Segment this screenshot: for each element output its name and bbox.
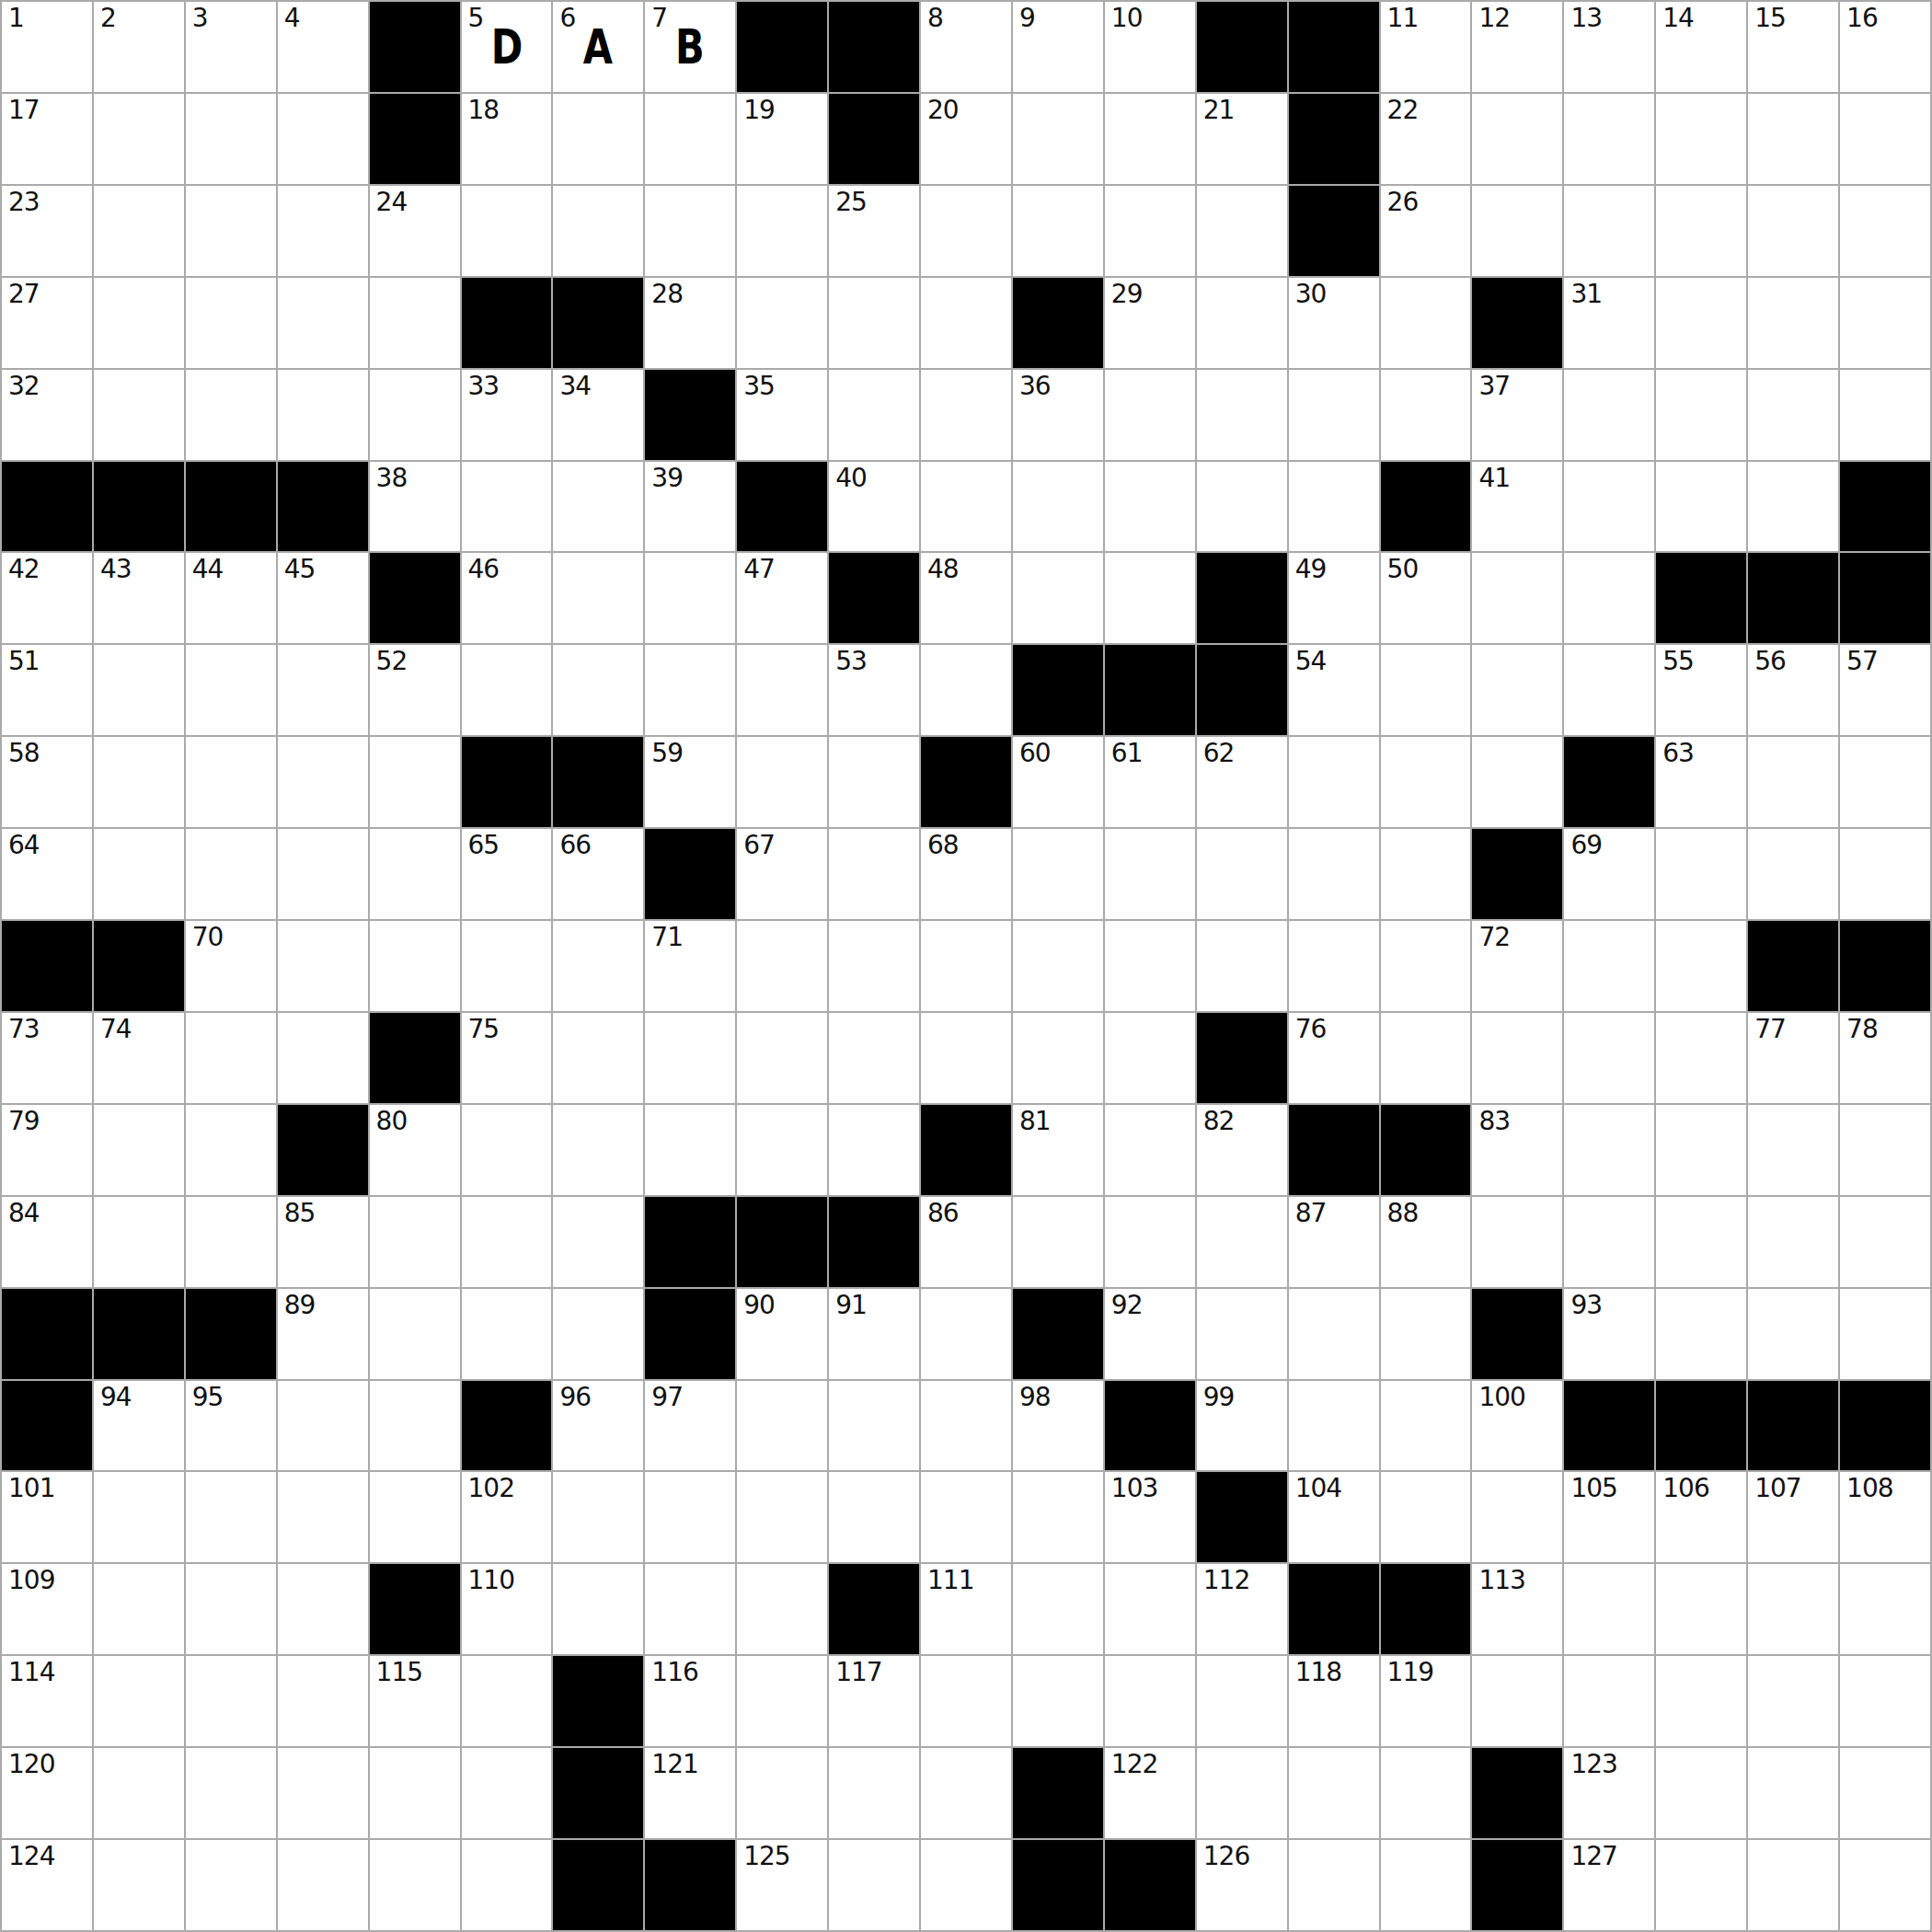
cell-16-5[interactable] [369,1380,461,1472]
cell-15-9[interactable]: 90 [736,1288,828,1380]
cell-10-1[interactable]: 64 [1,828,93,920]
cell-1-21[interactable]: 16 [1839,1,1931,93]
cell-14-12[interactable] [1012,1196,1104,1288]
cell-21-5[interactable] [369,1839,461,1931]
cell-9-9[interactable] [736,736,828,828]
cell-8-1[interactable]: 51 [1,644,93,736]
cell-2-20[interactable] [1747,93,1839,185]
cell-18-11[interactable]: 111 [920,1563,1012,1655]
cell-17-6[interactable]: 102 [461,1471,553,1563]
cell-21-14[interactable]: 126 [1196,1839,1288,1931]
cell-21-11[interactable] [920,1839,1012,1931]
cell-20-6[interactable] [461,1747,553,1839]
cell-10-11[interactable]: 68 [920,828,1012,920]
cell-15-20[interactable] [1747,1288,1839,1380]
cell-6-17[interactable]: 41 [1471,461,1563,553]
cell-11-8[interactable]: 71 [644,920,736,1012]
cell-13-14[interactable]: 82 [1196,1104,1288,1196]
cell-11-14[interactable] [1196,920,1288,1012]
cell-1-11[interactable]: 8 [920,1,1012,93]
cell-19-2[interactable] [93,1655,185,1747]
cell-9-10[interactable] [828,736,920,828]
cell-2-7[interactable] [552,93,644,185]
cell-13-8[interactable] [644,1104,736,1196]
cell-14-11[interactable]: 86 [920,1196,1012,1288]
cell-6-20[interactable] [1747,461,1839,553]
cell-12-19[interactable] [1655,1012,1747,1104]
cell-15-16[interactable] [1380,1288,1472,1380]
cell-13-17[interactable]: 83 [1471,1104,1563,1196]
cell-6-6[interactable] [461,461,553,553]
cell-10-13[interactable] [1104,828,1196,920]
cell-20-1[interactable]: 120 [1,1747,93,1839]
cell-4-2[interactable] [93,277,185,369]
cell-14-6[interactable] [461,1196,553,1288]
cell-9-16[interactable] [1380,736,1472,828]
cell-14-15[interactable]: 87 [1288,1196,1380,1288]
cell-4-4[interactable] [277,277,369,369]
cell-11-18[interactable] [1563,920,1655,1012]
cell-17-13[interactable]: 103 [1104,1471,1196,1563]
cell-3-6[interactable] [461,185,553,277]
cell-3-14[interactable] [1196,185,1288,277]
cell-7-6[interactable]: 46 [461,552,553,644]
cell-3-12[interactable] [1012,185,1104,277]
cell-18-13[interactable] [1104,1563,1196,1655]
cell-19-8[interactable]: 116 [644,1655,736,1747]
cell-6-7[interactable] [552,461,644,553]
cell-2-12[interactable] [1012,93,1104,185]
cell-2-14[interactable]: 21 [1196,93,1288,185]
cell-21-16[interactable] [1380,1839,1472,1931]
cell-18-21[interactable] [1839,1563,1931,1655]
cell-2-21[interactable] [1839,93,1931,185]
cell-7-16[interactable]: 50 [1380,552,1472,644]
cell-3-5[interactable]: 24 [369,185,461,277]
cell-12-9[interactable] [736,1012,828,1104]
cell-9-14[interactable]: 62 [1196,736,1288,828]
cell-6-12[interactable] [1012,461,1104,553]
cell-15-14[interactable] [1196,1288,1288,1380]
cell-19-4[interactable] [277,1655,369,1747]
cell-16-4[interactable] [277,1380,369,1472]
cell-10-16[interactable] [1380,828,1472,920]
cell-7-9[interactable]: 47 [736,552,828,644]
cell-11-15[interactable] [1288,920,1380,1012]
cell-21-15[interactable] [1288,1839,1380,1931]
cell-5-9[interactable]: 35 [736,369,828,461]
cell-20-21[interactable] [1839,1747,1931,1839]
cell-7-17[interactable] [1471,552,1563,644]
cell-18-14[interactable]: 112 [1196,1563,1288,1655]
cell-10-10[interactable] [828,828,920,920]
cell-1-8[interactable]: 7B [644,1,736,93]
cell-14-17[interactable] [1471,1196,1563,1288]
cell-5-17[interactable]: 37 [1471,369,1563,461]
cell-6-14[interactable] [1196,461,1288,553]
cell-4-8[interactable]: 28 [644,277,736,369]
cell-2-19[interactable] [1655,93,1747,185]
cell-19-13[interactable] [1104,1655,1196,1747]
cell-10-9[interactable]: 67 [736,828,828,920]
cell-8-11[interactable] [920,644,1012,736]
cell-14-1[interactable]: 84 [1,1196,93,1288]
cell-8-16[interactable] [1380,644,1472,736]
cell-20-14[interactable] [1196,1747,1288,1839]
cell-20-19[interactable] [1655,1747,1747,1839]
cell-15-11[interactable] [920,1288,1012,1380]
cell-6-8[interactable]: 39 [644,461,736,553]
cell-11-9[interactable] [736,920,828,1012]
cell-12-21[interactable]: 78 [1839,1012,1931,1104]
cell-20-10[interactable] [828,1747,920,1839]
cell-20-3[interactable] [185,1747,277,1839]
cell-7-8[interactable] [644,552,736,644]
cell-21-2[interactable] [93,1839,185,1931]
cell-12-16[interactable] [1380,1012,1472,1104]
cell-9-13[interactable]: 61 [1104,736,1196,828]
cell-21-18[interactable]: 127 [1563,1839,1655,1931]
cell-5-13[interactable] [1104,369,1196,461]
cell-4-3[interactable] [185,277,277,369]
cell-6-10[interactable]: 40 [828,461,920,553]
cell-21-20[interactable] [1747,1839,1839,1931]
cell-13-21[interactable] [1839,1104,1931,1196]
cell-17-11[interactable] [920,1471,1012,1563]
cell-19-10[interactable]: 117 [828,1655,920,1747]
cell-17-20[interactable]: 107 [1747,1471,1839,1563]
cell-16-3[interactable]: 95 [185,1380,277,1472]
cell-3-9[interactable] [736,185,828,277]
cell-21-6[interactable] [461,1839,553,1931]
cell-13-20[interactable] [1747,1104,1839,1196]
cell-21-19[interactable] [1655,1839,1747,1931]
cell-20-4[interactable] [277,1747,369,1839]
cell-17-4[interactable] [277,1471,369,1563]
cell-17-7[interactable] [552,1471,644,1563]
cell-10-21[interactable] [1839,828,1931,920]
cell-3-10[interactable]: 25 [828,185,920,277]
cell-9-3[interactable] [185,736,277,828]
cell-8-7[interactable] [552,644,644,736]
cell-17-8[interactable] [644,1471,736,1563]
cell-18-6[interactable]: 110 [461,1563,553,1655]
cell-13-7[interactable] [552,1104,644,1196]
cell-12-13[interactable] [1104,1012,1196,1104]
cell-16-7[interactable]: 96 [552,1380,644,1472]
cell-10-18[interactable]: 69 [1563,828,1655,920]
cell-17-19[interactable]: 106 [1655,1471,1747,1563]
cell-18-7[interactable] [552,1563,644,1655]
cell-16-16[interactable] [1380,1380,1472,1472]
cell-5-11[interactable] [920,369,1012,461]
cell-20-15[interactable] [1288,1747,1380,1839]
cell-19-21[interactable] [1839,1655,1931,1747]
cell-4-14[interactable] [1196,277,1288,369]
cell-19-14[interactable] [1196,1655,1288,1747]
cell-1-1[interactable]: 1 [1,1,93,93]
cell-17-18[interactable]: 105 [1563,1471,1655,1563]
cell-10-19[interactable] [1655,828,1747,920]
cell-1-13[interactable]: 10 [1104,1,1196,93]
cell-9-19[interactable]: 63 [1655,736,1747,828]
cell-5-14[interactable] [1196,369,1288,461]
cell-8-21[interactable]: 57 [1839,644,1931,736]
cell-20-2[interactable] [93,1747,185,1839]
cell-13-18[interactable] [1563,1104,1655,1196]
cell-14-20[interactable] [1747,1196,1839,1288]
cell-19-11[interactable] [920,1655,1012,1747]
cell-18-20[interactable] [1747,1563,1839,1655]
cell-2-13[interactable] [1104,93,1196,185]
cell-2-17[interactable] [1471,93,1563,185]
cell-18-19[interactable] [1655,1563,1747,1655]
cell-1-20[interactable]: 15 [1747,1,1839,93]
cell-13-19[interactable] [1655,1104,1747,1196]
cell-5-4[interactable] [277,369,369,461]
cell-5-10[interactable] [828,369,920,461]
cell-14-13[interactable] [1104,1196,1196,1288]
cell-4-18[interactable]: 31 [1563,277,1655,369]
cell-8-19[interactable]: 55 [1655,644,1747,736]
cell-10-5[interactable] [369,828,461,920]
cell-3-3[interactable] [185,185,277,277]
cell-11-11[interactable] [920,920,1012,1012]
cell-7-18[interactable] [1563,552,1655,644]
cell-4-19[interactable] [1655,277,1747,369]
cell-13-1[interactable]: 79 [1,1104,93,1196]
cell-19-1[interactable]: 114 [1,1655,93,1747]
cell-15-4[interactable]: 89 [277,1288,369,1380]
cell-19-5[interactable]: 115 [369,1655,461,1747]
cell-11-17[interactable]: 72 [1471,920,1563,1012]
cell-12-11[interactable] [920,1012,1012,1104]
cell-8-3[interactable] [185,644,277,736]
cell-3-13[interactable] [1104,185,1196,277]
cell-1-2[interactable]: 2 [93,1,185,93]
cell-16-10[interactable] [828,1380,920,1472]
cell-16-8[interactable]: 97 [644,1380,736,1472]
cell-19-3[interactable] [185,1655,277,1747]
cell-18-1[interactable]: 109 [1,1563,93,1655]
cell-20-9[interactable] [736,1747,828,1839]
cell-5-21[interactable] [1839,369,1931,461]
cell-11-5[interactable] [369,920,461,1012]
cell-21-9[interactable]: 125 [736,1839,828,1931]
cell-13-13[interactable] [1104,1104,1196,1196]
cell-19-16[interactable]: 119 [1380,1655,1472,1747]
cell-10-12[interactable] [1012,828,1104,920]
cell-16-15[interactable] [1288,1380,1380,1472]
cell-5-18[interactable] [1563,369,1655,461]
cell-10-6[interactable]: 65 [461,828,553,920]
cell-17-12[interactable] [1012,1471,1104,1563]
cell-9-15[interactable] [1288,736,1380,828]
cell-18-12[interactable] [1012,1563,1104,1655]
cell-5-19[interactable] [1655,369,1747,461]
cell-5-3[interactable] [185,369,277,461]
cell-11-13[interactable] [1104,920,1196,1012]
cell-11-3[interactable]: 70 [185,920,277,1012]
cell-18-9[interactable] [736,1563,828,1655]
cell-14-4[interactable]: 85 [277,1196,369,1288]
cell-4-15[interactable]: 30 [1288,277,1380,369]
cell-13-12[interactable]: 81 [1012,1104,1104,1196]
cell-8-9[interactable] [736,644,828,736]
cell-12-12[interactable] [1012,1012,1104,1104]
cell-17-5[interactable] [369,1471,461,1563]
cell-13-3[interactable] [185,1104,277,1196]
cell-2-9[interactable]: 19 [736,93,828,185]
cell-11-12[interactable] [1012,920,1104,1012]
cell-21-4[interactable] [277,1839,369,1931]
cell-7-11[interactable]: 48 [920,552,1012,644]
cell-8-17[interactable] [1471,644,1563,736]
cell-10-3[interactable] [185,828,277,920]
cell-19-12[interactable] [1012,1655,1104,1747]
cell-18-8[interactable] [644,1563,736,1655]
cell-17-21[interactable]: 108 [1839,1471,1931,1563]
cell-10-4[interactable] [277,828,369,920]
cell-12-20[interactable]: 77 [1747,1012,1839,1104]
cell-2-16[interactable]: 22 [1380,93,1472,185]
cell-1-6[interactable]: 5D [461,1,553,93]
cell-3-18[interactable] [1563,185,1655,277]
cell-6-18[interactable] [1563,461,1655,553]
cell-2-18[interactable] [1563,93,1655,185]
cell-7-3[interactable]: 44 [185,552,277,644]
cell-11-16[interactable] [1380,920,1472,1012]
cell-3-8[interactable] [644,185,736,277]
cell-14-3[interactable] [185,1196,277,1288]
cell-8-15[interactable]: 54 [1288,644,1380,736]
cell-18-2[interactable] [93,1563,185,1655]
cell-1-7[interactable]: 6A [552,1,644,93]
cell-5-20[interactable] [1747,369,1839,461]
cell-14-2[interactable] [93,1196,185,1288]
cell-19-19[interactable] [1655,1655,1747,1747]
cell-18-3[interactable] [185,1563,277,1655]
cell-7-1[interactable]: 42 [1,552,93,644]
cell-3-4[interactable] [277,185,369,277]
cell-7-15[interactable]: 49 [1288,552,1380,644]
cell-17-15[interactable]: 104 [1288,1471,1380,1563]
cell-7-7[interactable] [552,552,644,644]
cell-14-7[interactable] [552,1196,644,1288]
cell-14-14[interactable] [1196,1196,1288,1288]
cell-7-13[interactable] [1104,552,1196,644]
cell-8-2[interactable] [93,644,185,736]
cell-12-8[interactable] [644,1012,736,1104]
cell-13-9[interactable] [736,1104,828,1196]
cell-14-21[interactable] [1839,1196,1931,1288]
cell-15-5[interactable] [369,1288,461,1380]
cell-21-3[interactable] [185,1839,277,1931]
cell-11-10[interactable] [828,920,920,1012]
cell-7-2[interactable]: 43 [93,552,185,644]
cell-2-6[interactable]: 18 [461,93,553,185]
cell-1-18[interactable]: 13 [1563,1,1655,93]
cell-17-17[interactable] [1471,1471,1563,1563]
cell-13-10[interactable] [828,1104,920,1196]
cell-7-4[interactable]: 45 [277,552,369,644]
cell-17-1[interactable]: 101 [1,1471,93,1563]
cell-3-16[interactable]: 26 [1380,185,1472,277]
cell-3-17[interactable] [1471,185,1563,277]
cell-14-5[interactable] [369,1196,461,1288]
cell-4-20[interactable] [1747,277,1839,369]
cell-20-16[interactable] [1380,1747,1472,1839]
cell-4-16[interactable] [1380,277,1472,369]
cell-12-17[interactable] [1471,1012,1563,1104]
cell-19-17[interactable] [1471,1655,1563,1747]
cell-5-15[interactable] [1288,369,1380,461]
cell-3-20[interactable] [1747,185,1839,277]
cell-1-4[interactable]: 4 [277,1,369,93]
cell-7-12[interactable] [1012,552,1104,644]
cell-20-18[interactable]: 123 [1563,1747,1655,1839]
cell-1-17[interactable]: 12 [1471,1,1563,93]
cell-18-18[interactable] [1563,1563,1655,1655]
cell-9-20[interactable] [1747,736,1839,828]
cell-3-1[interactable]: 23 [1,185,93,277]
cell-8-6[interactable] [461,644,553,736]
cell-12-18[interactable] [1563,1012,1655,1104]
cell-6-13[interactable] [1104,461,1196,553]
cell-11-19[interactable] [1655,920,1747,1012]
cell-10-14[interactable] [1196,828,1288,920]
cell-16-11[interactable] [920,1380,1012,1472]
cell-4-10[interactable] [828,277,920,369]
cell-14-19[interactable] [1655,1196,1747,1288]
cell-17-10[interactable] [828,1471,920,1563]
cell-9-21[interactable] [1839,736,1931,828]
cell-8-18[interactable] [1563,644,1655,736]
cell-2-11[interactable]: 20 [920,93,1012,185]
cell-20-8[interactable]: 121 [644,1747,736,1839]
cell-20-11[interactable] [920,1747,1012,1839]
cell-5-6[interactable]: 33 [461,369,553,461]
cell-12-15[interactable]: 76 [1288,1012,1380,1104]
cell-21-1[interactable]: 124 [1,1839,93,1931]
cell-6-15[interactable] [1288,461,1380,553]
cell-15-13[interactable]: 92 [1104,1288,1196,1380]
cell-5-2[interactable] [93,369,185,461]
cell-15-15[interactable] [1288,1288,1380,1380]
cell-5-5[interactable] [369,369,461,461]
cell-1-12[interactable]: 9 [1012,1,1104,93]
cell-2-4[interactable] [277,93,369,185]
cell-4-1[interactable]: 27 [1,277,93,369]
cell-9-1[interactable]: 58 [1,736,93,828]
cell-21-10[interactable] [828,1839,920,1931]
cell-18-17[interactable]: 113 [1471,1563,1563,1655]
cell-4-11[interactable] [920,277,1012,369]
cell-12-7[interactable] [552,1012,644,1104]
cell-5-12[interactable]: 36 [1012,369,1104,461]
cell-12-10[interactable] [828,1012,920,1104]
cell-17-9[interactable] [736,1471,828,1563]
cell-4-9[interactable] [736,277,828,369]
cell-18-4[interactable] [277,1563,369,1655]
cell-2-3[interactable] [185,93,277,185]
cell-15-18[interactable]: 93 [1563,1288,1655,1380]
cell-16-14[interactable]: 99 [1196,1380,1288,1472]
cell-15-6[interactable] [461,1288,553,1380]
cell-6-19[interactable] [1655,461,1747,553]
cell-1-16[interactable]: 11 [1380,1,1472,93]
cell-13-5[interactable]: 80 [369,1104,461,1196]
